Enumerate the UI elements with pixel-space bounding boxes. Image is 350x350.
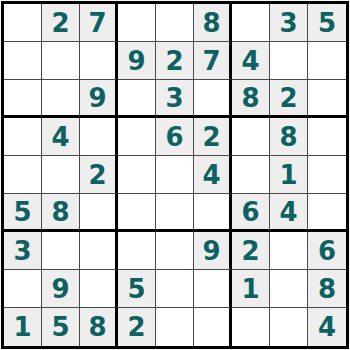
cell-r3c2[interactable] <box>42 80 80 118</box>
cell-r5c6: 4 <box>194 156 232 194</box>
cell-r8c1[interactable] <box>4 270 42 308</box>
cell-r5c5[interactable] <box>156 156 194 194</box>
cell-r9c6[interactable] <box>194 308 232 346</box>
cell-r4c4[interactable] <box>118 118 156 156</box>
cell-r9c9: 4 <box>308 308 346 346</box>
cell-r5c9[interactable] <box>308 156 346 194</box>
cell-r4c5: 6 <box>156 118 194 156</box>
cell-r2c9[interactable] <box>308 42 346 80</box>
cell-r3c1[interactable] <box>4 80 42 118</box>
cell-r9c4: 2 <box>118 308 156 346</box>
cell-r5c7[interactable] <box>232 156 270 194</box>
cell-r2c2[interactable] <box>42 42 80 80</box>
cell-r9c5[interactable] <box>156 308 194 346</box>
cell-r7c8[interactable] <box>270 232 308 270</box>
cell-r7c9: 6 <box>308 232 346 270</box>
cell-r9c2: 5 <box>42 308 80 346</box>
cell-r6c9[interactable] <box>308 194 346 232</box>
cell-r6c6[interactable] <box>194 194 232 232</box>
cell-r8c9: 8 <box>308 270 346 308</box>
cell-r9c1: 1 <box>4 308 42 346</box>
cell-r5c4[interactable] <box>118 156 156 194</box>
cell-r3c4[interactable] <box>118 80 156 118</box>
cell-r3c3: 9 <box>80 80 118 118</box>
cell-r3c5: 3 <box>156 80 194 118</box>
cell-r1c3: 7 <box>80 4 118 42</box>
cell-r8c4: 5 <box>118 270 156 308</box>
cell-r6c5[interactable] <box>156 194 194 232</box>
cell-r7c6: 9 <box>194 232 232 270</box>
cell-r6c2: 8 <box>42 194 80 232</box>
cell-r7c7: 2 <box>232 232 270 270</box>
cell-r7c5[interactable] <box>156 232 194 270</box>
cell-r4c1[interactable] <box>4 118 42 156</box>
cell-r6c3[interactable] <box>80 194 118 232</box>
cell-r4c7[interactable] <box>232 118 270 156</box>
cell-r8c7: 1 <box>232 270 270 308</box>
cell-r6c8: 4 <box>270 194 308 232</box>
cell-r3c9[interactable] <box>308 80 346 118</box>
cell-r1c8: 3 <box>270 4 308 42</box>
cell-r5c3: 2 <box>80 156 118 194</box>
cell-r1c2: 2 <box>42 4 80 42</box>
cell-r2c4: 9 <box>118 42 156 80</box>
cell-r2c8[interactable] <box>270 42 308 80</box>
cell-r8c3[interactable] <box>80 270 118 308</box>
cell-r2c6: 7 <box>194 42 232 80</box>
cell-r2c7: 4 <box>232 42 270 80</box>
sudoku-board: 2783592749382462824158643926951815824 <box>1 1 349 349</box>
cell-r6c4[interactable] <box>118 194 156 232</box>
cell-r5c2[interactable] <box>42 156 80 194</box>
cell-r4c2: 4 <box>42 118 80 156</box>
cell-r6c7: 6 <box>232 194 270 232</box>
cell-r5c1[interactable] <box>4 156 42 194</box>
cell-r4c9[interactable] <box>308 118 346 156</box>
cell-r2c1[interactable] <box>4 42 42 80</box>
cell-r4c8: 8 <box>270 118 308 156</box>
cell-r7c4[interactable] <box>118 232 156 270</box>
cell-r9c3: 8 <box>80 308 118 346</box>
cell-r8c2: 9 <box>42 270 80 308</box>
cell-r1c6: 8 <box>194 4 232 42</box>
cell-r9c8[interactable] <box>270 308 308 346</box>
cell-r1c1[interactable] <box>4 4 42 42</box>
cell-r6c1: 5 <box>4 194 42 232</box>
cell-r8c5[interactable] <box>156 270 194 308</box>
cell-r8c6[interactable] <box>194 270 232 308</box>
cell-r9c7[interactable] <box>232 308 270 346</box>
cell-r2c3[interactable] <box>80 42 118 80</box>
cell-r3c8: 2 <box>270 80 308 118</box>
cell-r5c8: 1 <box>270 156 308 194</box>
cell-r4c6: 2 <box>194 118 232 156</box>
cell-r1c4[interactable] <box>118 4 156 42</box>
cell-r7c3[interactable] <box>80 232 118 270</box>
cell-r3c7: 8 <box>232 80 270 118</box>
cell-r1c7[interactable] <box>232 4 270 42</box>
cell-r8c8[interactable] <box>270 270 308 308</box>
cell-r2c5: 2 <box>156 42 194 80</box>
cell-r4c3[interactable] <box>80 118 118 156</box>
cell-r7c2[interactable] <box>42 232 80 270</box>
cell-r1c9: 5 <box>308 4 346 42</box>
cell-r1c5[interactable] <box>156 4 194 42</box>
cell-r7c1: 3 <box>4 232 42 270</box>
cell-r3c6[interactable] <box>194 80 232 118</box>
